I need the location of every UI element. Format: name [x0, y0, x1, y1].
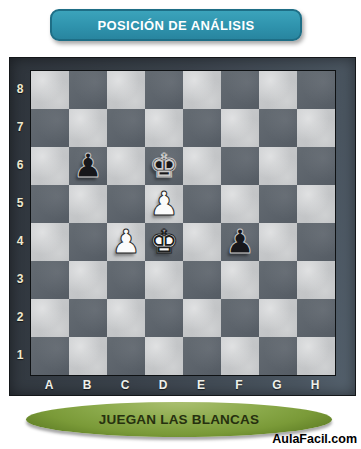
square-h2[interactable]: [297, 299, 335, 337]
square-c8[interactable]: [107, 71, 145, 109]
square-f1[interactable]: [221, 337, 259, 375]
square-g8[interactable]: [259, 71, 297, 109]
file-label-g: G: [258, 375, 296, 395]
square-b1[interactable]: [69, 337, 107, 375]
file-label-a: A: [30, 375, 68, 395]
square-c1[interactable]: [107, 337, 145, 375]
square-h8[interactable]: [297, 71, 335, 109]
file-label-f: F: [220, 375, 258, 395]
file-label-b: B: [68, 375, 106, 395]
rank-label-7: 7: [10, 108, 30, 146]
square-c5[interactable]: [107, 185, 145, 223]
square-g1[interactable]: [259, 337, 297, 375]
rank-label-2: 2: [10, 298, 30, 336]
square-e6[interactable]: [183, 147, 221, 185]
square-b3[interactable]: [69, 261, 107, 299]
square-e3[interactable]: [183, 261, 221, 299]
square-a2[interactable]: [31, 299, 69, 337]
square-h1[interactable]: [297, 337, 335, 375]
square-b7[interactable]: [69, 109, 107, 147]
file-label-h: H: [296, 375, 334, 395]
rank-label-8: 8: [10, 70, 30, 108]
rank-label-1: 1: [10, 336, 30, 374]
square-e2[interactable]: [183, 299, 221, 337]
square-c6[interactable]: [107, 147, 145, 185]
piece-white-pawn[interactable]: ♟: [107, 223, 145, 261]
square-b5[interactable]: [69, 185, 107, 223]
square-f2[interactable]: [221, 299, 259, 337]
square-h3[interactable]: [297, 261, 335, 299]
piece-black-pawn[interactable]: ♟: [221, 223, 259, 261]
square-e5[interactable]: [183, 185, 221, 223]
piece-black-king[interactable]: ♚: [145, 147, 183, 185]
square-a8[interactable]: [31, 71, 69, 109]
square-a4[interactable]: [31, 223, 69, 261]
square-e1[interactable]: [183, 337, 221, 375]
square-f6[interactable]: [221, 147, 259, 185]
square-g2[interactable]: [259, 299, 297, 337]
square-a5[interactable]: [31, 185, 69, 223]
analysis-banner-label: POSICIÓN DE ANÁLISIS: [97, 18, 254, 33]
file-label-d: D: [144, 375, 182, 395]
square-d1[interactable]: [145, 337, 183, 375]
square-d3[interactable]: [145, 261, 183, 299]
square-b2[interactable]: [69, 299, 107, 337]
square-d7[interactable]: [145, 109, 183, 147]
watermark: AulaFacil.com: [272, 432, 357, 446]
rank-label-4: 4: [10, 222, 30, 260]
square-f3[interactable]: [221, 261, 259, 299]
rank-label-6: 6: [10, 146, 30, 184]
square-d8[interactable]: [145, 71, 183, 109]
square-f8[interactable]: [221, 71, 259, 109]
square-g7[interactable]: [259, 109, 297, 147]
rank-labels: 87654321: [10, 70, 30, 374]
square-h4[interactable]: [297, 223, 335, 261]
square-f4[interactable]: ♟: [221, 223, 259, 261]
analysis-banner: POSICIÓN DE ANÁLISIS: [50, 9, 302, 41]
square-g5[interactable]: [259, 185, 297, 223]
file-label-c: C: [106, 375, 144, 395]
square-d4[interactable]: ♚: [145, 223, 183, 261]
square-h7[interactable]: [297, 109, 335, 147]
rank-label-5: 5: [10, 184, 30, 222]
file-labels: ABCDEFGH: [30, 375, 334, 395]
square-b6[interactable]: ♟: [69, 147, 107, 185]
square-a6[interactable]: [31, 147, 69, 185]
square-d2[interactable]: [145, 299, 183, 337]
square-c7[interactable]: [107, 109, 145, 147]
square-h5[interactable]: [297, 185, 335, 223]
chess-board: 87654321 ♟♚♟♟♚♟ ABCDEFGH: [9, 57, 356, 396]
square-c2[interactable]: [107, 299, 145, 337]
square-g4[interactable]: [259, 223, 297, 261]
square-h6[interactable]: [297, 147, 335, 185]
square-a1[interactable]: [31, 337, 69, 375]
square-f7[interactable]: [221, 109, 259, 147]
piece-black-pawn[interactable]: ♟: [69, 147, 107, 185]
square-g3[interactable]: [259, 261, 297, 299]
square-a3[interactable]: [31, 261, 69, 299]
square-b8[interactable]: [69, 71, 107, 109]
square-b4[interactable]: [69, 223, 107, 261]
piece-white-king[interactable]: ♚: [145, 223, 183, 261]
square-f5[interactable]: [221, 185, 259, 223]
board-grid: ♟♚♟♟♚♟: [30, 70, 336, 376]
square-e4[interactable]: [183, 223, 221, 261]
turn-banner-label: JUEGAN LAS BLANCAS: [99, 412, 259, 427]
square-d6[interactable]: ♚: [145, 147, 183, 185]
square-c3[interactable]: [107, 261, 145, 299]
square-e7[interactable]: [183, 109, 221, 147]
file-label-e: E: [182, 375, 220, 395]
square-c4[interactable]: ♟: [107, 223, 145, 261]
square-a7[interactable]: [31, 109, 69, 147]
piece-white-pawn[interactable]: ♟: [145, 185, 183, 223]
square-e8[interactable]: [183, 71, 221, 109]
square-g6[interactable]: [259, 147, 297, 185]
square-d5[interactable]: ♟: [145, 185, 183, 223]
rank-label-3: 3: [10, 260, 30, 298]
